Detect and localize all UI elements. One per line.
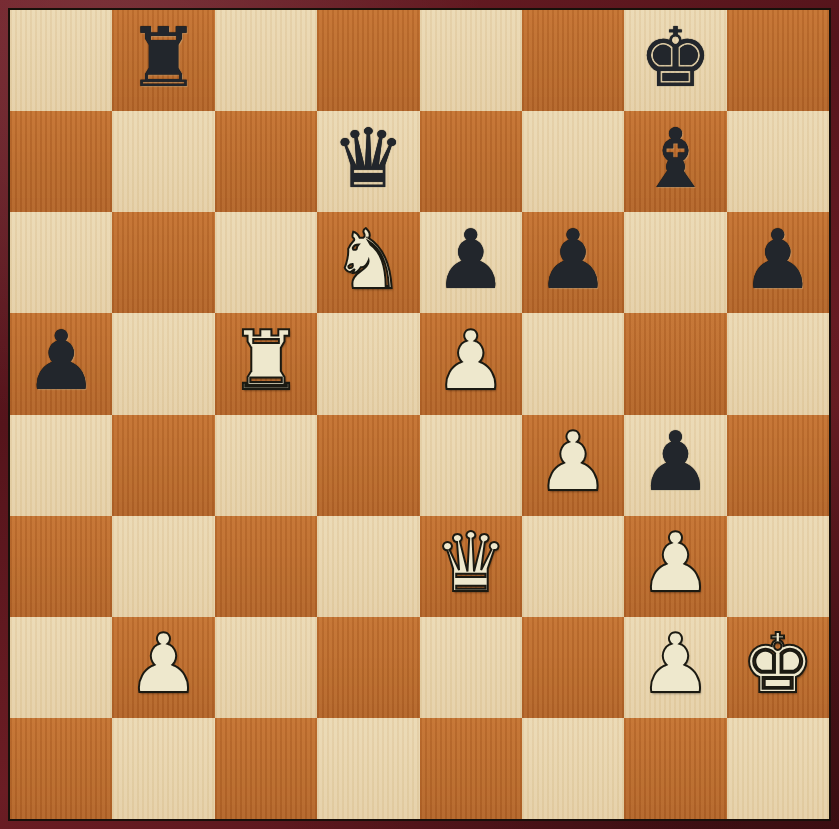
square-d6[interactable]: ♞ [317, 212, 419, 313]
square-c3[interactable] [215, 516, 317, 617]
square-e6[interactable]: ♟ [420, 212, 522, 313]
square-e1[interactable] [420, 718, 522, 819]
square-f4[interactable]: ♟ [522, 415, 624, 516]
square-a7[interactable] [10, 111, 112, 212]
square-f2[interactable] [522, 617, 624, 718]
black-king-icon: ♚ [639, 17, 713, 99]
white-queen-icon: ♛ [434, 522, 508, 604]
square-e4[interactable] [420, 415, 522, 516]
square-d5[interactable] [317, 313, 419, 414]
square-b3[interactable] [112, 516, 214, 617]
square-b5[interactable] [112, 313, 214, 414]
square-d1[interactable] [317, 718, 419, 819]
white-pawn-icon: ♟ [536, 421, 610, 503]
square-a8[interactable] [10, 10, 112, 111]
board-frame: ♜♚♛♝♞♟♟♟♟♜♟♟♟♛♟♟♟♚ [0, 0, 839, 829]
square-a2[interactable] [10, 617, 112, 718]
square-d2[interactable] [317, 617, 419, 718]
square-c7[interactable] [215, 111, 317, 212]
square-b6[interactable] [112, 212, 214, 313]
square-g2[interactable]: ♟ [624, 617, 726, 718]
square-b2[interactable]: ♟ [112, 617, 214, 718]
square-h1[interactable] [727, 718, 829, 819]
square-g7[interactable]: ♝ [624, 111, 726, 212]
square-f7[interactable] [522, 111, 624, 212]
square-e5[interactable]: ♟ [420, 313, 522, 414]
white-king-icon: ♚ [741, 623, 815, 705]
white-pawn-icon: ♟ [639, 623, 713, 705]
square-c2[interactable] [215, 617, 317, 718]
black-bishop-icon: ♝ [639, 118, 713, 200]
black-pawn-icon: ♟ [741, 219, 815, 301]
square-d8[interactable] [317, 10, 419, 111]
square-h5[interactable] [727, 313, 829, 414]
white-pawn-icon: ♟ [127, 623, 201, 705]
chess-board: ♜♚♛♝♞♟♟♟♟♜♟♟♟♛♟♟♟♚ [8, 8, 831, 821]
black-pawn-icon: ♟ [536, 219, 610, 301]
square-h2[interactable]: ♚ [727, 617, 829, 718]
square-d3[interactable] [317, 516, 419, 617]
white-knight-icon: ♞ [332, 219, 406, 301]
square-h8[interactable] [727, 10, 829, 111]
square-c4[interactable] [215, 415, 317, 516]
square-h7[interactable] [727, 111, 829, 212]
square-b1[interactable] [112, 718, 214, 819]
square-a4[interactable] [10, 415, 112, 516]
square-f3[interactable] [522, 516, 624, 617]
square-g5[interactable] [624, 313, 726, 414]
square-g4[interactable]: ♟ [624, 415, 726, 516]
square-h4[interactable] [727, 415, 829, 516]
square-c6[interactable] [215, 212, 317, 313]
square-f6[interactable]: ♟ [522, 212, 624, 313]
square-b8[interactable]: ♜ [112, 10, 214, 111]
square-b7[interactable] [112, 111, 214, 212]
black-pawn-icon: ♟ [639, 421, 713, 503]
square-f8[interactable] [522, 10, 624, 111]
square-e2[interactable] [420, 617, 522, 718]
square-a6[interactable] [10, 212, 112, 313]
square-d4[interactable] [317, 415, 419, 516]
square-g1[interactable] [624, 718, 726, 819]
black-pawn-icon: ♟ [24, 320, 98, 402]
square-h3[interactable] [727, 516, 829, 617]
white-pawn-icon: ♟ [639, 522, 713, 604]
white-rook-icon: ♜ [229, 320, 303, 402]
square-e8[interactable] [420, 10, 522, 111]
square-b4[interactable] [112, 415, 214, 516]
square-g6[interactable] [624, 212, 726, 313]
square-e7[interactable] [420, 111, 522, 212]
black-rook-icon: ♜ [127, 17, 201, 99]
square-f5[interactable] [522, 313, 624, 414]
square-h6[interactable]: ♟ [727, 212, 829, 313]
square-c1[interactable] [215, 718, 317, 819]
square-c5[interactable]: ♜ [215, 313, 317, 414]
square-d7[interactable]: ♛ [317, 111, 419, 212]
square-a3[interactable] [10, 516, 112, 617]
black-pawn-icon: ♟ [434, 219, 508, 301]
square-c8[interactable] [215, 10, 317, 111]
square-f1[interactable] [522, 718, 624, 819]
square-e3[interactable]: ♛ [420, 516, 522, 617]
black-queen-icon: ♛ [332, 118, 406, 200]
square-a1[interactable] [10, 718, 112, 819]
square-g3[interactable]: ♟ [624, 516, 726, 617]
square-a5[interactable]: ♟ [10, 313, 112, 414]
white-pawn-icon: ♟ [434, 320, 508, 402]
square-g8[interactable]: ♚ [624, 10, 726, 111]
